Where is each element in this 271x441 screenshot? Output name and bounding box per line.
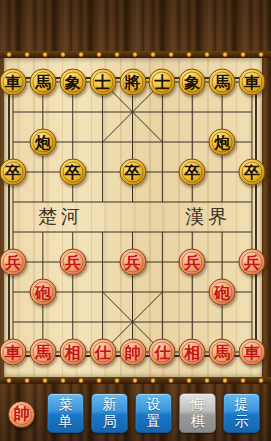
- button-label: 新局: [103, 396, 117, 430]
- button-label: 提示: [235, 396, 249, 430]
- piece-black-soldier[interactable]: 卒: [59, 159, 86, 186]
- top-wood-panel: [0, 0, 271, 52]
- piece-black-soldier[interactable]: 卒: [0, 159, 27, 186]
- piece-red-horse[interactable]: 馬: [29, 339, 56, 366]
- stud-strip-bottom: [0, 377, 271, 384]
- piece-red-advisor[interactable]: 仕: [149, 339, 176, 366]
- piece-black-horse[interactable]: 馬: [209, 69, 236, 96]
- piece-black-chariot[interactable]: 車: [239, 69, 266, 96]
- xiangqi-app: 楚河 漢界 車馬象士將士象馬車炮炮卒卒卒卒卒兵兵兵兵兵砲砲車馬相仕帥仕相馬車 帥…: [0, 0, 271, 441]
- toolbar: 帥 菜单新局设置悔棋提示: [0, 384, 271, 441]
- button-hint[interactable]: 提示: [223, 393, 260, 433]
- piece-black-soldier[interactable]: 卒: [239, 159, 266, 186]
- piece-red-horse[interactable]: 馬: [209, 339, 236, 366]
- piece-red-soldier[interactable]: 兵: [179, 249, 206, 276]
- button-label: 菜单: [59, 396, 73, 430]
- button-label: 悔棋: [191, 396, 205, 430]
- piece-black-advisor[interactable]: 士: [89, 69, 116, 96]
- piece-black-soldier[interactable]: 卒: [179, 159, 206, 186]
- piece-red-cannon[interactable]: 砲: [29, 279, 56, 306]
- button-menu[interactable]: 菜单: [47, 393, 84, 433]
- piece-black-soldier[interactable]: 卒: [119, 159, 146, 186]
- river-label-left: 楚河: [38, 205, 84, 227]
- piece-red-chariot[interactable]: 車: [239, 339, 266, 366]
- piece-red-general[interactable]: 帥: [119, 339, 146, 366]
- piece-red-soldier[interactable]: 兵: [0, 249, 27, 276]
- piece-red-elephant[interactable]: 相: [59, 339, 86, 366]
- piece-black-elephant[interactable]: 象: [59, 69, 86, 96]
- button-settings[interactable]: 设置: [135, 393, 172, 433]
- board[interactable]: 楚河 漢界 車馬象士將士象馬車炮炮卒卒卒卒卒兵兵兵兵兵砲砲車馬相仕帥仕相馬車: [4, 58, 262, 377]
- piece-black-cannon[interactable]: 炮: [209, 129, 236, 156]
- piece-black-horse[interactable]: 馬: [29, 69, 56, 96]
- turn-indicator-piece: 帥: [8, 401, 35, 428]
- button-new-game[interactable]: 新局: [91, 393, 128, 433]
- piece-red-soldier[interactable]: 兵: [239, 249, 266, 276]
- piece-black-advisor[interactable]: 士: [149, 69, 176, 96]
- river-label-right: 漢界: [185, 205, 231, 227]
- piece-red-soldier[interactable]: 兵: [59, 249, 86, 276]
- stud-strip-top: [0, 51, 271, 58]
- piece-black-chariot[interactable]: 車: [0, 69, 27, 96]
- piece-red-advisor[interactable]: 仕: [89, 339, 116, 366]
- piece-red-elephant[interactable]: 相: [179, 339, 206, 366]
- piece-black-elephant[interactable]: 象: [179, 69, 206, 96]
- button-label: 设置: [147, 396, 161, 430]
- button-undo[interactable]: 悔棋: [179, 393, 216, 433]
- toolbar-buttons: 菜单新局设置悔棋提示: [47, 393, 260, 433]
- piece-black-general[interactable]: 將: [119, 69, 146, 96]
- piece-black-cannon[interactable]: 炮: [29, 129, 56, 156]
- piece-red-chariot[interactable]: 車: [0, 339, 27, 366]
- piece-red-cannon[interactable]: 砲: [209, 279, 236, 306]
- piece-red-soldier[interactable]: 兵: [119, 249, 146, 276]
